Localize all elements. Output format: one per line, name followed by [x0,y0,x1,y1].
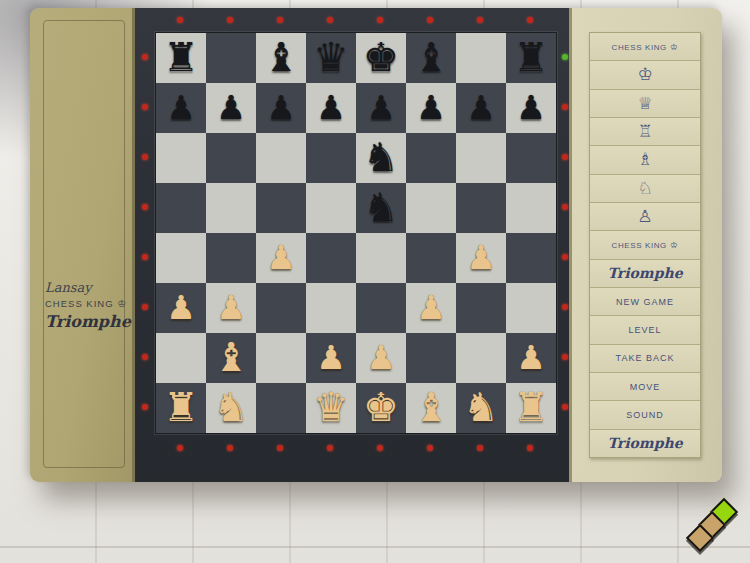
chess-king-label-mid: CHESS KING ♔ [590,231,700,259]
square-g8[interactable] [456,33,506,83]
new-game-button[interactable]: NEW GAME [590,288,700,316]
square-d3[interactable] [306,283,356,333]
file-led-bottom-b [227,445,233,451]
square-d7[interactable]: ♟ [306,83,356,133]
square-b4[interactable] [206,233,256,283]
right-panel: CHESS KING ♔♔♕♖♗♘♙CHESS KING ♔TriompheNE… [569,8,722,482]
pawn-piece-button-label: ♙ [637,208,652,225]
square-c4[interactable]: ♟ [256,233,306,283]
white-pawn-g4[interactable]: ♟ [456,233,506,282]
square-c2[interactable] [256,333,306,383]
square-d2[interactable]: ♟ [306,333,356,383]
triomphe-label-upper: Triomphe [590,260,700,288]
knight-piece-button-label: ♘ [637,180,652,197]
white-pawn-a3[interactable]: ♟ [156,283,206,332]
square-h2[interactable]: ♟ [506,333,556,383]
photographer-logo [690,499,740,555]
square-b1[interactable]: ♞ [206,383,256,433]
black-pawn-g7[interactable]: ♟ [456,83,506,132]
file-led-bottom-f [427,445,433,451]
square-h4[interactable] [506,233,556,283]
square-b7[interactable]: ♟ [206,83,256,133]
white-rook-a1[interactable]: ♜ [156,383,206,432]
queen-piece-button-label: ♕ [637,95,652,112]
chess-board: ♜♝♛♚♝♜♟♟♟♟♟♟♟♟♞♞♟♟♟♟♟♝♟♟♟♜♞♛♚♝♞♜ [155,32,557,434]
file-led-bottom-c [277,445,283,451]
move-button-label: MOVE [630,382,661,392]
king-piece-button-label: ♔ [637,66,652,83]
white-rook-h1[interactable]: ♜ [506,383,556,432]
king-symbol-icon: ♔ [670,240,679,250]
white-knight-g1[interactable]: ♞ [456,383,506,432]
black-knight-e6[interactable]: ♞ [356,133,406,182]
square-d5[interactable] [306,183,356,233]
square-g7[interactable]: ♟ [456,83,506,133]
square-a3[interactable]: ♟ [156,283,206,333]
rank-led-left-3 [142,304,148,310]
control-strip: CHESS KING ♔♔♕♖♗♘♙CHESS KING ♔TriompheNE… [589,32,701,458]
photo-background: Lansay CHESS KING ♔ Triomphe ♜♝♛♚♝♜♟♟♟♟♟… [0,0,750,563]
white-bishop-f1[interactable]: ♝ [406,383,456,432]
chess-king-label-top-label: CHESS KING ♔ [612,42,679,52]
square-f5[interactable] [406,183,456,233]
level-button[interactable]: LEVEL [590,316,700,344]
square-g6[interactable] [456,133,506,183]
square-c3[interactable] [256,283,306,333]
rank-led-right-7 [562,104,568,110]
square-g3[interactable] [456,283,506,333]
sound-button-label: SOUND [626,410,664,420]
white-knight-b1[interactable]: ♞ [206,383,256,432]
file-led-bottom-h [527,445,533,451]
black-pawn-d7[interactable]: ♟ [306,83,356,132]
square-a8[interactable]: ♜ [156,33,206,83]
white-pawn-c4[interactable]: ♟ [256,233,306,282]
white-pawn-f3[interactable]: ♟ [406,283,456,332]
king-piece-button[interactable]: ♔ [590,61,700,89]
square-e7[interactable]: ♟ [356,83,406,133]
file-led-top-e [377,17,383,23]
rank-led-left-7 [142,104,148,110]
square-c1[interactable] [256,383,306,433]
black-knight-e5[interactable]: ♞ [356,183,406,232]
square-d1[interactable]: ♛ [306,383,356,433]
square-e3[interactable] [356,283,406,333]
bishop-piece-button[interactable]: ♗ [590,146,700,174]
square-f8[interactable]: ♝ [406,33,456,83]
rank-led-right-1 [562,404,568,410]
rank-led-right-6 [562,154,568,160]
knight-piece-button[interactable]: ♘ [590,175,700,203]
triomphe-label-upper-label: Triomphe [607,265,682,281]
level-button-label: LEVEL [628,325,661,335]
square-e2[interactable]: ♟ [356,333,406,383]
square-e4[interactable] [356,233,406,283]
rook-piece-button[interactable]: ♖ [590,118,700,146]
file-led-top-h [527,17,533,23]
square-b2[interactable]: ♝ [206,333,256,383]
black-pawn-a7[interactable]: ♟ [156,83,206,132]
file-led-top-d [327,17,333,23]
square-c5[interactable] [256,183,306,233]
white-bishop-b2[interactable]: ♝ [206,333,256,382]
square-f6[interactable] [406,133,456,183]
left-panel: Lansay CHESS KING ♔ Triomphe [30,8,135,482]
pawn-piece-button[interactable]: ♙ [590,203,700,231]
new-game-button-label: NEW GAME [616,297,674,307]
square-a2[interactable] [156,333,206,383]
square-e5[interactable]: ♞ [356,183,406,233]
square-f3[interactable]: ♟ [406,283,456,333]
left-panel-branding: Lansay CHESS KING ♔ Triomphe [45,280,131,332]
square-a6[interactable] [156,133,206,183]
square-b6[interactable] [206,133,256,183]
square-e8[interactable]: ♚ [356,33,406,83]
square-g2[interactable] [456,333,506,383]
square-e1[interactable]: ♚ [356,383,406,433]
black-pawn-c7[interactable]: ♟ [256,83,306,132]
square-a1[interactable]: ♜ [156,383,206,433]
rank-led-left-2 [142,354,148,360]
square-d4[interactable] [306,233,356,283]
file-led-bottom-e [377,445,383,451]
black-bishop-f8[interactable]: ♝ [406,33,456,82]
black-queen-d8[interactable]: ♛ [306,33,356,82]
white-pawn-e2[interactable]: ♟ [356,333,406,382]
move-button[interactable]: MOVE [590,373,700,401]
square-h6[interactable] [506,133,556,183]
file-led-bottom-a [177,445,183,451]
square-c8[interactable]: ♝ [256,33,306,83]
table-plank-seam [0,546,750,548]
triomphe-label-lower: Triomphe [590,430,700,457]
square-e6[interactable]: ♞ [356,133,406,183]
board-frame: ♜♝♛♚♝♜♟♟♟♟♟♟♟♟♞♞♟♟♟♟♟♝♟♟♟♜♞♛♚♝♞♜ [135,8,569,482]
white-queen-d1[interactable]: ♛ [306,383,356,432]
black-rook-h8[interactable]: ♜ [506,33,556,82]
square-f1[interactable]: ♝ [406,383,456,433]
file-led-top-g [477,17,483,23]
square-h1[interactable]: ♜ [506,383,556,433]
series-name: Triomphe [45,312,131,332]
brand-name: Lansay [45,280,131,296]
black-pawn-b7[interactable]: ♟ [206,83,256,132]
black-rook-a8[interactable]: ♜ [156,33,206,82]
square-h3[interactable] [506,283,556,333]
square-h7[interactable]: ♟ [506,83,556,133]
square-g1[interactable]: ♞ [456,383,506,433]
triomphe-label-lower-label: Triomphe [607,435,682,451]
file-led-top-a [177,17,183,23]
white-pawn-b3[interactable]: ♟ [206,283,256,332]
square-f4[interactable] [406,233,456,283]
square-f7[interactable]: ♟ [406,83,456,133]
square-f2[interactable] [406,333,456,383]
square-b3[interactable]: ♟ [206,283,256,333]
queen-piece-button[interactable]: ♕ [590,90,700,118]
white-pawn-d2[interactable]: ♟ [306,333,356,382]
file-led-bottom-d [327,445,333,451]
square-g4[interactable]: ♟ [456,233,506,283]
rank-led-left-8 [142,54,148,60]
rank-led-right-5 [562,204,568,210]
sound-button[interactable]: SOUND [590,401,700,429]
white-king-e1[interactable]: ♚ [356,383,406,432]
square-a7[interactable]: ♟ [156,83,206,133]
rank-led-right-3 [562,304,568,310]
square-h8[interactable]: ♜ [506,33,556,83]
file-led-top-f [427,17,433,23]
rank-led-right-4 [562,254,568,260]
black-king-e8[interactable]: ♚ [356,33,406,82]
chess-computer-unit: Lansay CHESS KING ♔ Triomphe ♜♝♛♚♝♜♟♟♟♟♟… [30,8,722,482]
square-a4[interactable] [156,233,206,283]
take-back-button-label: TAKE BACK [616,353,675,363]
file-led-top-c [277,17,283,23]
chess-king-label-mid-label: CHESS KING ♔ [612,240,679,250]
file-led-bottom-g [477,445,483,451]
rank-led-left-1 [142,404,148,410]
chess-king-label-top: CHESS KING ♔ [590,33,700,61]
white-pawn-h2[interactable]: ♟ [506,333,556,382]
file-led-top-b [227,17,233,23]
square-b8[interactable] [206,33,256,83]
rank-led-right-8 [562,54,568,60]
square-g5[interactable] [456,183,506,233]
black-pawn-f7[interactable]: ♟ [406,83,456,132]
square-c6[interactable] [256,133,306,183]
square-d6[interactable] [306,133,356,183]
black-pawn-e7[interactable]: ♟ [356,83,406,132]
model-name: CHESS KING ♔ [45,298,131,311]
black-bishop-c8[interactable]: ♝ [256,33,306,82]
king-symbol-icon: ♔ [117,298,127,309]
rank-led-left-5 [142,204,148,210]
black-pawn-h7[interactable]: ♟ [506,83,556,132]
square-h5[interactable] [506,183,556,233]
bishop-piece-button-label: ♗ [637,151,652,168]
rank-led-left-6 [142,154,148,160]
square-a5[interactable] [156,183,206,233]
square-c7[interactable]: ♟ [256,83,306,133]
take-back-button[interactable]: TAKE BACK [590,345,700,373]
king-symbol-icon: ♔ [670,42,679,52]
rank-led-right-2 [562,354,568,360]
square-d8[interactable]: ♛ [306,33,356,83]
rook-piece-button-label: ♖ [637,123,652,140]
rank-led-left-4 [142,254,148,260]
square-b5[interactable] [206,183,256,233]
